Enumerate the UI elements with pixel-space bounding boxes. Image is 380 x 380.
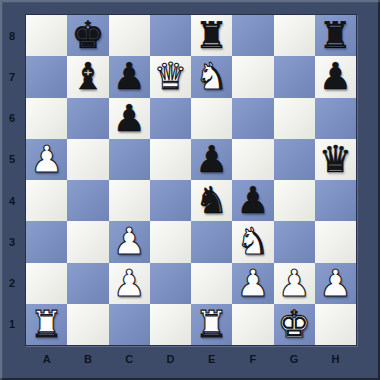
square-f6[interactable] (232, 98, 273, 139)
piece-white-knight[interactable]: ♞ (236, 221, 269, 262)
square-e8[interactable]: ♜ (191, 15, 232, 56)
square-b7[interactable]: ♝ (67, 56, 108, 97)
square-d3[interactable] (150, 221, 191, 262)
square-d4[interactable] (150, 180, 191, 221)
square-a6[interactable] (26, 98, 67, 139)
square-g1[interactable]: ♚ (274, 304, 315, 345)
chess-board-frame: 87654321 ♚♜♜♝♟♛♞♟♟♟♟♛♞♟♟♞♟♟♟♟♜♜♚ ABCDEFG… (0, 0, 380, 380)
rank-label-2: 2 (0, 263, 24, 304)
square-a2[interactable] (26, 263, 67, 304)
square-e1[interactable]: ♜ (191, 304, 232, 345)
square-c7[interactable]: ♟ (109, 56, 150, 97)
rank-label-6: 6 (0, 98, 24, 139)
rank-label-5: 5 (0, 139, 24, 180)
piece-white-knight[interactable]: ♞ (195, 56, 228, 97)
rank-label-3: 3 (0, 221, 24, 262)
square-h4[interactable] (315, 180, 356, 221)
square-d8[interactable] (150, 15, 191, 56)
square-d6[interactable] (150, 98, 191, 139)
square-h8[interactable]: ♜ (315, 15, 356, 56)
rank-labels: 87654321 (0, 15, 24, 345)
file-label-e: E (191, 346, 232, 372)
square-h1[interactable] (315, 304, 356, 345)
piece-black-pawn[interactable]: ♟ (113, 56, 146, 97)
piece-white-pawn[interactable]: ♟ (30, 139, 63, 180)
piece-black-rook[interactable]: ♜ (195, 15, 228, 56)
rank-label-4: 4 (0, 180, 24, 221)
square-a8[interactable] (26, 15, 67, 56)
square-a3[interactable] (26, 221, 67, 262)
square-d1[interactable] (150, 304, 191, 345)
square-a1[interactable]: ♜ (26, 304, 67, 345)
file-label-g: G (274, 346, 315, 372)
square-a5[interactable]: ♟ (26, 139, 67, 180)
piece-black-king[interactable]: ♚ (71, 15, 104, 56)
square-f4[interactable]: ♟ (232, 180, 273, 221)
piece-black-knight[interactable]: ♞ (195, 180, 228, 221)
file-label-b: B (67, 346, 108, 372)
square-b4[interactable] (67, 180, 108, 221)
piece-black-pawn[interactable]: ♟ (113, 98, 146, 139)
file-labels: ABCDEFGH (26, 346, 356, 372)
square-e3[interactable] (191, 221, 232, 262)
square-e2[interactable] (191, 263, 232, 304)
square-c3[interactable]: ♟ (109, 221, 150, 262)
piece-black-pawn[interactable]: ♟ (236, 180, 269, 221)
square-h5[interactable]: ♛ (315, 139, 356, 180)
piece-white-king[interactable]: ♚ (278, 304, 311, 345)
square-c1[interactable] (109, 304, 150, 345)
piece-white-pawn[interactable]: ♟ (236, 263, 269, 304)
square-f8[interactable] (232, 15, 273, 56)
square-g5[interactable] (274, 139, 315, 180)
square-d5[interactable] (150, 139, 191, 180)
square-d2[interactable] (150, 263, 191, 304)
piece-white-pawn[interactable]: ♟ (113, 221, 146, 262)
square-e6[interactable] (191, 98, 232, 139)
piece-black-pawn[interactable]: ♟ (319, 56, 352, 97)
square-c5[interactable] (109, 139, 150, 180)
piece-black-pawn[interactable]: ♟ (195, 139, 228, 180)
square-b1[interactable] (67, 304, 108, 345)
square-c2[interactable]: ♟ (109, 263, 150, 304)
file-label-f: F (232, 346, 273, 372)
square-e7[interactable]: ♞ (191, 56, 232, 97)
file-label-d: D (150, 346, 191, 372)
rank-label-8: 8 (0, 15, 24, 56)
square-g7[interactable] (274, 56, 315, 97)
square-f3[interactable]: ♞ (232, 221, 273, 262)
square-g8[interactable] (274, 15, 315, 56)
square-b5[interactable] (67, 139, 108, 180)
piece-black-bishop[interactable]: ♝ (71, 56, 104, 97)
square-c4[interactable] (109, 180, 150, 221)
square-h3[interactable] (315, 221, 356, 262)
square-b3[interactable] (67, 221, 108, 262)
square-a4[interactable] (26, 180, 67, 221)
square-f7[interactable] (232, 56, 273, 97)
file-label-h: H (315, 346, 356, 372)
square-h2[interactable]: ♟ (315, 263, 356, 304)
square-f1[interactable] (232, 304, 273, 345)
piece-white-rook[interactable]: ♜ (30, 304, 63, 345)
square-d7[interactable]: ♛ (150, 56, 191, 97)
square-h7[interactable]: ♟ (315, 56, 356, 97)
piece-white-rook[interactable]: ♜ (195, 304, 228, 345)
square-g4[interactable] (274, 180, 315, 221)
square-g2[interactable]: ♟ (274, 263, 315, 304)
square-h6[interactable] (315, 98, 356, 139)
piece-white-pawn[interactable]: ♟ (113, 263, 146, 304)
rank-label-7: 7 (0, 56, 24, 97)
file-label-c: C (109, 346, 150, 372)
square-b2[interactable] (67, 263, 108, 304)
rank-label-1: 1 (0, 304, 24, 345)
piece-white-queen[interactable]: ♛ (154, 56, 187, 97)
square-f5[interactable] (232, 139, 273, 180)
square-g6[interactable] (274, 98, 315, 139)
square-e4[interactable]: ♞ (191, 180, 232, 221)
square-a7[interactable] (26, 56, 67, 97)
piece-white-pawn[interactable]: ♟ (278, 263, 311, 304)
piece-white-pawn[interactable]: ♟ (319, 263, 352, 304)
square-e5[interactable]: ♟ (191, 139, 232, 180)
square-g3[interactable] (274, 221, 315, 262)
square-b6[interactable] (67, 98, 108, 139)
piece-black-queen[interactable]: ♛ (319, 139, 352, 180)
square-c6[interactable]: ♟ (109, 98, 150, 139)
piece-black-rook[interactable]: ♜ (319, 15, 352, 56)
square-c8[interactable] (109, 15, 150, 56)
square-f2[interactable]: ♟ (232, 263, 273, 304)
chess-board: ♚♜♜♝♟♛♞♟♟♟♟♛♞♟♟♞♟♟♟♟♜♜♚ (25, 14, 357, 346)
file-label-a: A (26, 346, 67, 372)
square-b8[interactable]: ♚ (67, 15, 108, 56)
